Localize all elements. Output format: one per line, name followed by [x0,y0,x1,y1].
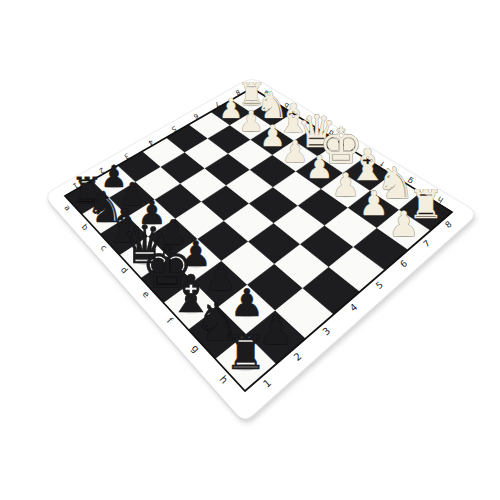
piece-white-pawn-e7: ♟ [306,149,334,185]
piece-white-pawn-h7: ♟ [388,204,419,244]
chessboard-svg: aabbccddeeffgghh1122334455667788♜♟♞♟♝♟♛♟… [0,0,500,500]
chess-set-product-photo: aabbccddeeffgghh1122334455667788♜♟♞♟♝♟♛♟… [0,0,500,500]
piece-white-pawn-g7: ♟ [359,184,389,223]
piece-white-pawn-f7: ♟ [331,166,360,204]
piece-black-rook-h1: ♜ [224,325,267,380]
